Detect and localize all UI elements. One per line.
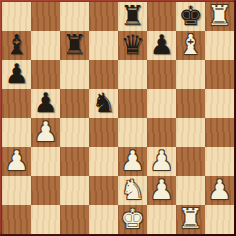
square-e3[interactable]: ♟ <box>118 147 147 176</box>
black-pawn-piece[interactable]: ♟ <box>33 88 57 117</box>
square-f4[interactable] <box>147 118 176 147</box>
square-d5[interactable]: ♞ <box>89 89 118 118</box>
black-pawn-piece[interactable]: ♟ <box>4 59 28 88</box>
square-e1[interactable]: ♚ <box>118 205 147 234</box>
square-h8[interactable]: ♜ <box>205 2 234 31</box>
square-a2[interactable] <box>2 176 31 205</box>
white-pawn-piece[interactable]: ♟ <box>207 175 231 204</box>
square-b7[interactable] <box>31 31 60 60</box>
square-b3[interactable] <box>31 147 60 176</box>
square-h2[interactable]: ♟ <box>205 176 234 205</box>
white-pawn-piece[interactable]: ♟ <box>4 146 28 175</box>
square-g7[interactable]: ♝ <box>176 31 205 60</box>
black-rook-piece[interactable]: ♜ <box>62 30 86 59</box>
square-f1[interactable] <box>147 205 176 234</box>
square-d2[interactable] <box>89 176 118 205</box>
white-pawn-piece[interactable]: ♟ <box>120 146 144 175</box>
square-b8[interactable] <box>31 2 60 31</box>
square-a6[interactable]: ♟ <box>2 60 31 89</box>
square-d4[interactable] <box>89 118 118 147</box>
black-bishop-piece[interactable]: ♝ <box>4 30 28 59</box>
square-h7[interactable] <box>205 31 234 60</box>
square-c6[interactable] <box>60 60 89 89</box>
square-f6[interactable] <box>147 60 176 89</box>
square-a1[interactable] <box>2 205 31 234</box>
square-g6[interactable] <box>176 60 205 89</box>
square-d1[interactable] <box>89 205 118 234</box>
white-bishop-piece[interactable]: ♝ <box>178 30 202 59</box>
square-c7[interactable]: ♜ <box>60 31 89 60</box>
square-e6[interactable] <box>118 60 147 89</box>
square-b2[interactable] <box>31 176 60 205</box>
black-knight-piece[interactable]: ♞ <box>91 88 115 117</box>
square-h6[interactable] <box>205 60 234 89</box>
square-d6[interactable] <box>89 60 118 89</box>
square-e4[interactable] <box>118 118 147 147</box>
black-rook-piece[interactable]: ♜ <box>120 1 144 30</box>
square-a8[interactable] <box>2 2 31 31</box>
square-f3[interactable]: ♟ <box>147 147 176 176</box>
board-frame: ♜♚♜♝♜♛♟♝♟♟♞♟♟♟♟♞♟♟♚♜ <box>0 0 236 236</box>
square-a4[interactable] <box>2 118 31 147</box>
white-pawn-piece[interactable]: ♟ <box>149 175 173 204</box>
square-b4[interactable]: ♟ <box>31 118 60 147</box>
square-g4[interactable] <box>176 118 205 147</box>
square-g5[interactable] <box>176 89 205 118</box>
square-f5[interactable] <box>147 89 176 118</box>
square-b1[interactable] <box>31 205 60 234</box>
square-e7[interactable]: ♛ <box>118 31 147 60</box>
black-king-piece[interactable]: ♚ <box>178 1 202 30</box>
black-queen-piece[interactable]: ♛ <box>120 30 144 59</box>
square-g2[interactable] <box>176 176 205 205</box>
square-h4[interactable] <box>205 118 234 147</box>
square-c4[interactable] <box>60 118 89 147</box>
square-b6[interactable] <box>31 60 60 89</box>
square-h3[interactable] <box>205 147 234 176</box>
square-c2[interactable] <box>60 176 89 205</box>
square-a7[interactable]: ♝ <box>2 31 31 60</box>
square-g8[interactable]: ♚ <box>176 2 205 31</box>
square-d3[interactable] <box>89 147 118 176</box>
square-h5[interactable] <box>205 89 234 118</box>
square-c8[interactable] <box>60 2 89 31</box>
white-knight-piece[interactable]: ♞ <box>120 175 144 204</box>
square-h1[interactable] <box>205 205 234 234</box>
square-f8[interactable] <box>147 2 176 31</box>
square-f2[interactable]: ♟ <box>147 176 176 205</box>
white-pawn-piece[interactable]: ♟ <box>149 146 173 175</box>
square-g1[interactable]: ♜ <box>176 205 205 234</box>
square-d8[interactable] <box>89 2 118 31</box>
square-e5[interactable] <box>118 89 147 118</box>
square-a3[interactable]: ♟ <box>2 147 31 176</box>
square-c5[interactable] <box>60 89 89 118</box>
white-pawn-piece[interactable]: ♟ <box>33 117 57 146</box>
white-king-piece[interactable]: ♚ <box>120 204 144 233</box>
square-a5[interactable] <box>2 89 31 118</box>
white-rook-piece[interactable]: ♜ <box>178 204 202 233</box>
square-f7[interactable]: ♟ <box>147 31 176 60</box>
square-e2[interactable]: ♞ <box>118 176 147 205</box>
square-e8[interactable]: ♜ <box>118 2 147 31</box>
square-c3[interactable] <box>60 147 89 176</box>
square-b5[interactable]: ♟ <box>31 89 60 118</box>
black-pawn-piece[interactable]: ♟ <box>149 30 173 59</box>
square-c1[interactable] <box>60 205 89 234</box>
white-rook-piece[interactable]: ♜ <box>207 1 231 30</box>
square-g3[interactable] <box>176 147 205 176</box>
chess-board[interactable]: ♜♚♜♝♜♛♟♝♟♟♞♟♟♟♟♞♟♟♚♜ <box>2 2 234 234</box>
square-d7[interactable] <box>89 31 118 60</box>
